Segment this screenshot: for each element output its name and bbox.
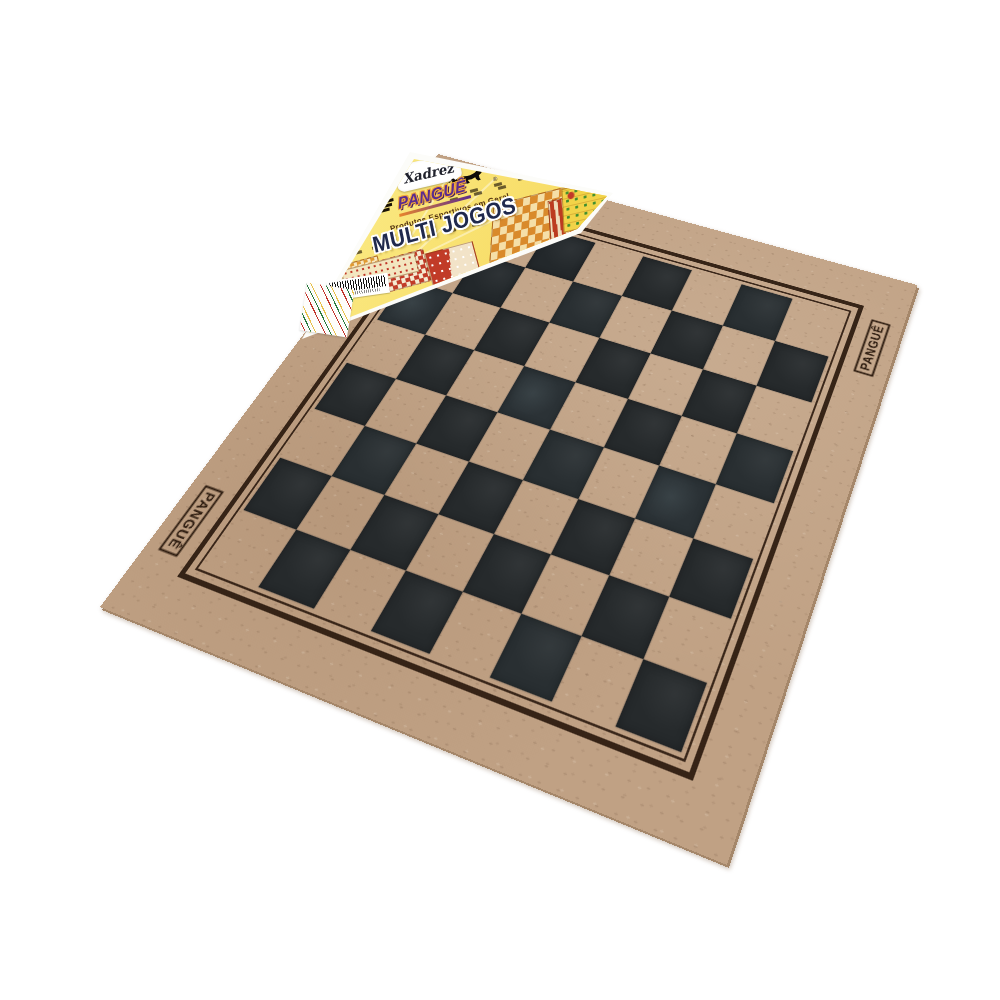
brand-text: PANGUÊ	[857, 324, 887, 373]
product-photo: PANGUÊ PANGUÊ Xadrez	[0, 0, 1000, 1000]
dominoes-dashes	[494, 182, 503, 187]
label-tagline: Produtos Esportivos em Geral	[389, 192, 510, 234]
wrap-crease	[408, 159, 460, 241]
brand-logo-block: PANGUÊ	[397, 177, 468, 217]
label-title: MULTI JOGOS	[370, 192, 518, 258]
dominoes-dashes	[424, 234, 433, 239]
board-brand-right: PANGUÊ	[853, 319, 890, 377]
brand-logo-text: PANGUÊ	[397, 177, 467, 213]
brand-logo-underline	[399, 195, 471, 217]
board-brand-left: PANGUÊ	[158, 485, 224, 557]
board-wrap: PANGUÊ PANGUÊ	[0, 0, 1000, 1000]
brand-text: PANGUÊ	[164, 491, 218, 552]
dominoes-dashes	[372, 245, 381, 250]
board-grid	[204, 204, 844, 752]
dominoes-dashes	[448, 228, 457, 233]
game-board: PANGUÊ PANGUÊ	[100, 154, 917, 865]
dominoes-dashes	[472, 222, 481, 227]
wrap-crease	[408, 176, 497, 259]
registered-mark: ®	[492, 176, 498, 183]
dominoes-dashes	[498, 185, 507, 190]
dominoes-dashes	[474, 191, 483, 196]
pick-up-sticks-thumb	[300, 283, 355, 338]
wrap-crease	[412, 202, 530, 261]
dominoes-dashes	[450, 197, 459, 202]
dominoes-dashes	[470, 188, 479, 193]
